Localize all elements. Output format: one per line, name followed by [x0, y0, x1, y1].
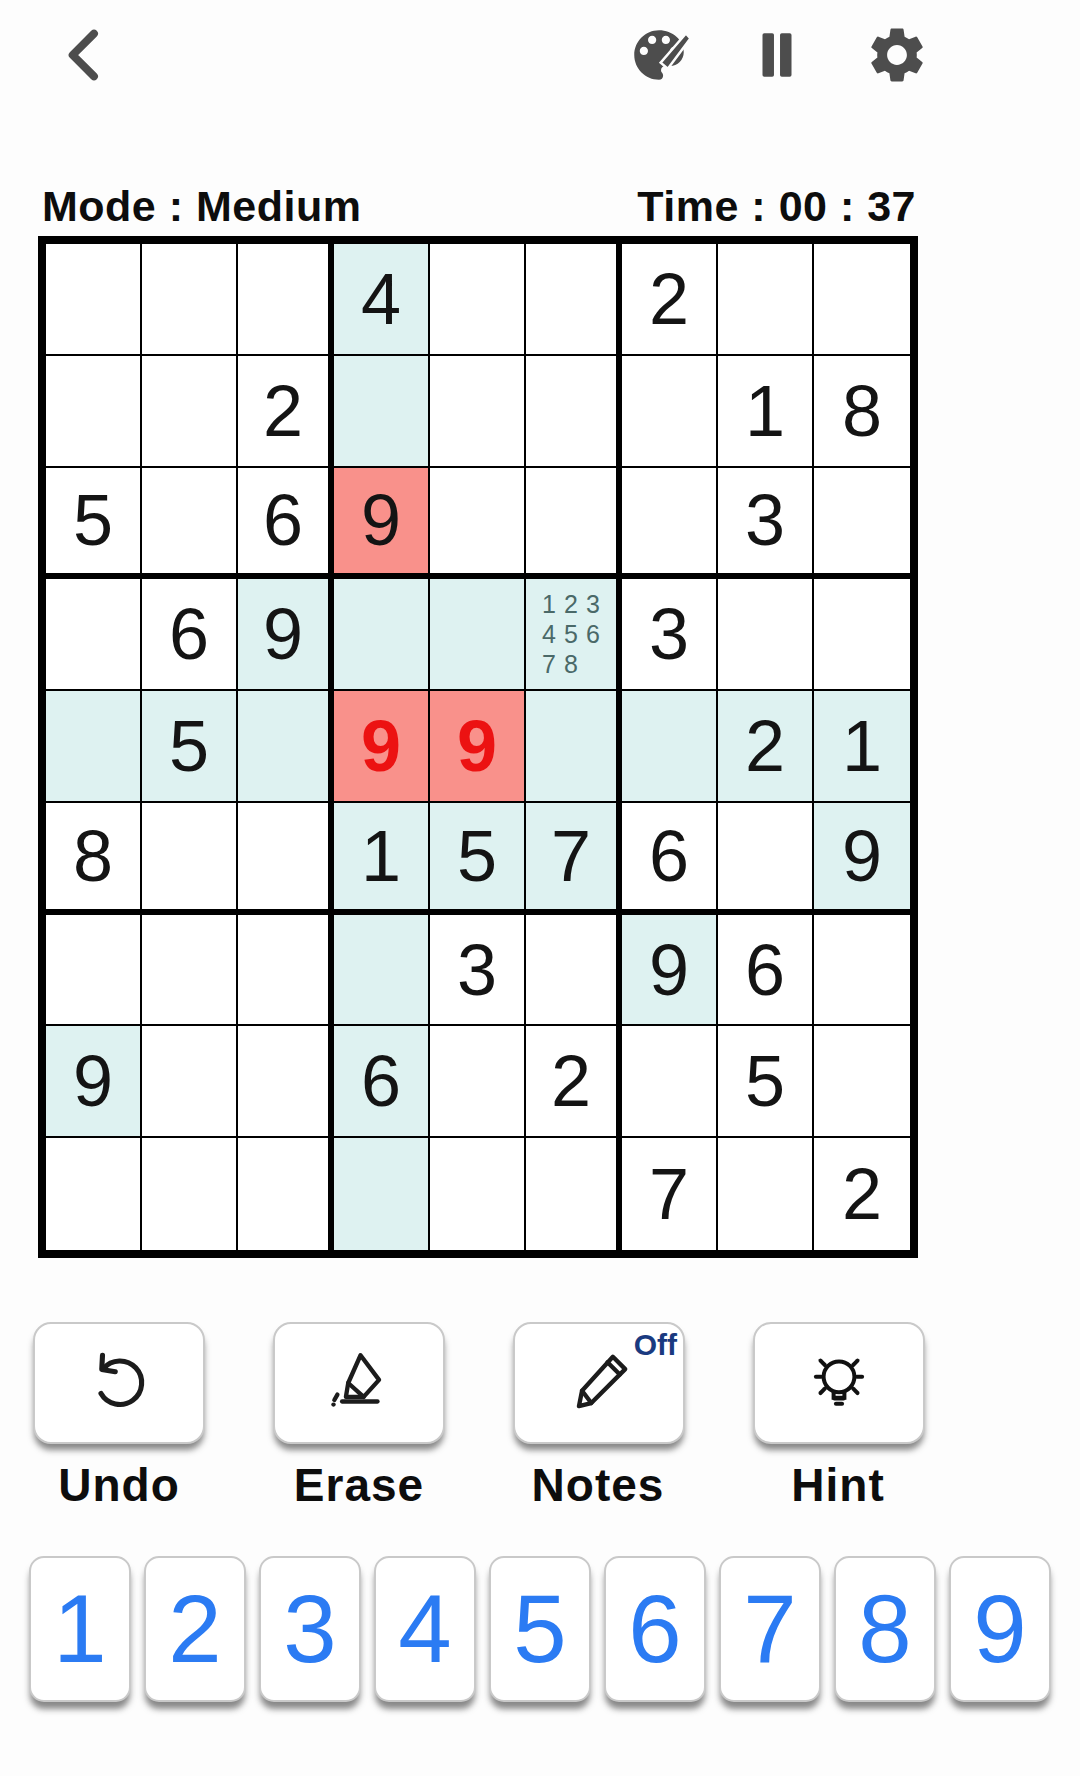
cell-r5c5[interactable]: 9 — [430, 691, 526, 803]
tool-labels: Undo Erase Notes Hint — [0, 1458, 1080, 1514]
numpad-1[interactable]: 1 — [29, 1556, 131, 1702]
cell-r6c9[interactable]: 9 — [814, 803, 910, 915]
mode-label: Mode : Medium — [42, 182, 361, 231]
cell-r8c8[interactable]: 5 — [718, 1026, 814, 1138]
cell-r4c2[interactable]: 6 — [142, 579, 238, 691]
info-row: Mode : Medium Time : 00 : 37 — [42, 182, 916, 231]
cell-r6c4[interactable]: 1 — [334, 803, 430, 915]
cell-r5c1[interactable] — [46, 691, 142, 803]
theme-button[interactable] — [626, 22, 692, 91]
cell-r4c8[interactable] — [718, 579, 814, 691]
numpad-8[interactable]: 8 — [834, 1556, 936, 1702]
numpad-9[interactable]: 9 — [949, 1556, 1051, 1702]
tool-bar: Off — [0, 1322, 1080, 1444]
cell-r8c9[interactable] — [814, 1026, 910, 1138]
eraser-icon — [322, 1346, 396, 1420]
cell-r2c3[interactable]: 2 — [238, 356, 334, 468]
cell-r5c6[interactable] — [526, 691, 622, 803]
cell-r3c5[interactable] — [430, 468, 526, 580]
palette-icon — [626, 22, 692, 88]
cell-r9c9[interactable]: 2 — [814, 1138, 910, 1250]
cell-r6c1[interactable]: 8 — [46, 803, 142, 915]
erase-label: Erase — [229, 1458, 489, 1512]
cell-r1c9[interactable] — [814, 244, 910, 356]
cell-r1c2[interactable] — [142, 244, 238, 356]
cell-r3c4[interactable]: 9 — [334, 468, 430, 580]
numpad-4[interactable]: 4 — [374, 1556, 476, 1702]
numpad-3[interactable]: 3 — [259, 1556, 361, 1702]
hint-button[interactable] — [753, 1322, 925, 1444]
top-bar — [0, 0, 1080, 110]
numpad-5[interactable]: 5 — [489, 1556, 591, 1702]
cell-r5c8[interactable]: 2 — [718, 691, 814, 803]
cell-r2c6[interactable] — [526, 356, 622, 468]
cell-r9c8[interactable] — [718, 1138, 814, 1250]
cell-r3c7[interactable] — [622, 468, 718, 580]
cell-r9c2[interactable] — [142, 1138, 238, 1250]
cell-r4c4[interactable] — [334, 579, 430, 691]
cell-r5c2[interactable]: 5 — [142, 691, 238, 803]
cell-r9c3[interactable] — [238, 1138, 334, 1250]
pencil-notes: 12345678 — [526, 579, 616, 689]
cell-r5c9[interactable]: 1 — [814, 691, 910, 803]
cell-r6c3[interactable] — [238, 803, 334, 915]
cell-r8c1[interactable]: 9 — [46, 1026, 142, 1138]
cell-r4c6[interactable]: 12345678 — [526, 579, 622, 691]
cell-r4c5[interactable] — [430, 579, 526, 691]
cell-r7c6[interactable] — [526, 915, 622, 1027]
sudoku-board: 4221856936912345678359921815769396962572 — [38, 236, 918, 1258]
cell-r7c7[interactable]: 9 — [622, 915, 718, 1027]
cell-r1c3[interactable] — [238, 244, 334, 356]
cell-r7c9[interactable] — [814, 915, 910, 1027]
erase-button[interactable] — [273, 1322, 445, 1444]
notes-label: Notes — [468, 1458, 728, 1512]
settings-button[interactable] — [864, 22, 930, 91]
cell-r5c4[interactable]: 9 — [334, 691, 430, 803]
cell-r3c6[interactable] — [526, 468, 622, 580]
cell-r8c3[interactable] — [238, 1026, 334, 1138]
gear-icon — [864, 22, 930, 88]
cell-r3c9[interactable] — [814, 468, 910, 580]
cell-r8c6[interactable]: 2 — [526, 1026, 622, 1138]
cell-r3c1[interactable]: 5 — [46, 468, 142, 580]
cell-r1c4[interactable]: 4 — [334, 244, 430, 356]
cell-r5c3[interactable] — [238, 691, 334, 803]
numpad-2[interactable]: 2 — [144, 1556, 246, 1702]
cell-r9c5[interactable] — [430, 1138, 526, 1250]
numpad-6[interactable]: 6 — [604, 1556, 706, 1702]
cell-r2c4[interactable] — [334, 356, 430, 468]
cell-r6c5[interactable]: 5 — [430, 803, 526, 915]
hint-label: Hint — [708, 1458, 968, 1512]
number-pad: 1 2 3 4 5 6 7 8 9 — [0, 1556, 1080, 1702]
cell-r6c6[interactable]: 7 — [526, 803, 622, 915]
cell-r9c4[interactable] — [334, 1138, 430, 1250]
notes-off-badge: Off — [634, 1328, 677, 1362]
cell-r1c6[interactable] — [526, 244, 622, 356]
cell-r2c5[interactable] — [430, 356, 526, 468]
cell-r7c2[interactable] — [142, 915, 238, 1027]
cell-r4c3[interactable]: 9 — [238, 579, 334, 691]
cell-r1c7[interactable]: 2 — [622, 244, 718, 356]
cell-r9c6[interactable] — [526, 1138, 622, 1250]
undo-icon — [83, 1347, 155, 1419]
cell-r1c8[interactable] — [718, 244, 814, 356]
cell-r2c1[interactable] — [46, 356, 142, 468]
undo-button[interactable] — [33, 1322, 205, 1444]
lightbulb-icon — [802, 1346, 876, 1420]
pause-icon — [748, 26, 806, 84]
cell-r7c1[interactable] — [46, 915, 142, 1027]
cell-r3c3[interactable]: 6 — [238, 468, 334, 580]
cell-r9c1[interactable] — [46, 1138, 142, 1250]
cell-r9c7[interactable]: 7 — [622, 1138, 718, 1250]
notes-button[interactable]: Off — [513, 1322, 685, 1444]
cell-r8c2[interactable] — [142, 1026, 238, 1138]
cell-r4c7[interactable]: 3 — [622, 579, 718, 691]
cell-r8c5[interactable] — [430, 1026, 526, 1138]
cell-r1c1[interactable] — [46, 244, 142, 356]
cell-r2c2[interactable] — [142, 356, 238, 468]
cell-r1c5[interactable] — [430, 244, 526, 356]
cell-r6c7[interactable]: 6 — [622, 803, 718, 915]
cell-r3c2[interactable] — [142, 468, 238, 580]
back-button[interactable] — [58, 26, 112, 87]
cell-r2c9[interactable]: 8 — [814, 356, 910, 468]
time-label: Time : 00 : 37 — [637, 182, 916, 231]
cell-r4c1[interactable] — [46, 579, 142, 691]
cell-r3c8[interactable]: 3 — [718, 468, 814, 580]
undo-label: Undo — [0, 1458, 249, 1512]
cell-r7c5[interactable]: 3 — [430, 915, 526, 1027]
pause-button[interactable] — [748, 26, 806, 87]
cell-r7c3[interactable] — [238, 915, 334, 1027]
cell-r8c4[interactable]: 6 — [334, 1026, 430, 1138]
cell-r8c7[interactable] — [622, 1026, 718, 1138]
cell-r6c2[interactable] — [142, 803, 238, 915]
cell-r7c8[interactable]: 6 — [718, 915, 814, 1027]
cell-r4c9[interactable] — [814, 579, 910, 691]
cell-r5c7[interactable] — [622, 691, 718, 803]
cell-r2c8[interactable]: 1 — [718, 356, 814, 468]
back-chevron-icon — [58, 26, 112, 84]
cell-r7c4[interactable] — [334, 915, 430, 1027]
pencil-icon — [562, 1346, 636, 1420]
cell-r6c8[interactable] — [718, 803, 814, 915]
cell-r2c7[interactable] — [622, 356, 718, 468]
numpad-7[interactable]: 7 — [719, 1556, 821, 1702]
